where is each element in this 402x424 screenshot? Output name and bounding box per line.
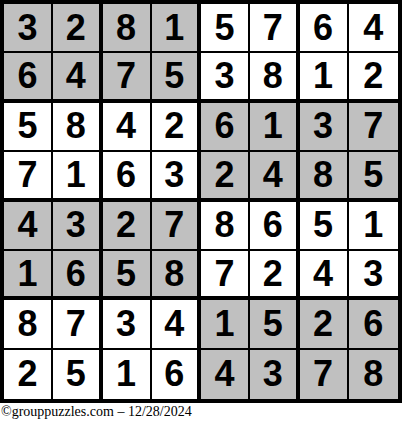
cell-r1c3[interactable]: 8 xyxy=(103,4,152,53)
cell-r2c4[interactable]: 5 xyxy=(152,53,201,102)
cell-r6c8[interactable]: 3 xyxy=(349,251,398,300)
cell-r5c3[interactable]: 2 xyxy=(103,202,152,251)
cell-r3c8[interactable]: 7 xyxy=(349,103,398,152)
cell-r7c8[interactable]: 6 xyxy=(349,300,398,349)
cell-r7c2[interactable]: 7 xyxy=(53,300,102,349)
cell-r4c5[interactable]: 2 xyxy=(201,152,250,201)
cell-r5c5[interactable]: 8 xyxy=(201,202,250,251)
cell-r3c1[interactable]: 5 xyxy=(4,103,53,152)
cell-r1c5[interactable]: 5 xyxy=(201,4,250,53)
cell-r7c4[interactable]: 4 xyxy=(152,300,201,349)
cell-r1c8[interactable]: 4 xyxy=(349,4,398,53)
cell-r8c8[interactable]: 8 xyxy=(349,350,398,399)
cell-r2c2[interactable]: 4 xyxy=(53,53,102,102)
cell-r5c7[interactable]: 5 xyxy=(300,202,349,251)
cell-r2c5[interactable]: 3 xyxy=(201,53,250,102)
cell-r2c3[interactable]: 7 xyxy=(103,53,152,102)
cell-r4c7[interactable]: 8 xyxy=(300,152,349,201)
cell-r1c4[interactable]: 1 xyxy=(152,4,201,53)
cell-r4c1[interactable]: 7 xyxy=(4,152,53,201)
cell-r2c8[interactable]: 2 xyxy=(349,53,398,102)
cell-r1c7[interactable]: 6 xyxy=(300,4,349,53)
cell-r8c4[interactable]: 6 xyxy=(152,350,201,399)
cell-r7c3[interactable]: 3 xyxy=(103,300,152,349)
cell-r6c7[interactable]: 4 xyxy=(300,251,349,300)
cell-r3c6[interactable]: 1 xyxy=(250,103,299,152)
sudoku-board: 3281576464753812584261377163248543278651… xyxy=(0,0,402,403)
cell-r6c5[interactable]: 7 xyxy=(201,251,250,300)
cell-r8c2[interactable]: 5 xyxy=(53,350,102,399)
cell-r3c5[interactable]: 6 xyxy=(201,103,250,152)
puzzle-page: 3281576464753812584261377163248543278651… xyxy=(0,0,402,424)
cell-r4c2[interactable]: 1 xyxy=(53,152,102,201)
cell-r5c1[interactable]: 4 xyxy=(4,202,53,251)
cell-r6c3[interactable]: 5 xyxy=(103,251,152,300)
cell-r3c2[interactable]: 8 xyxy=(53,103,102,152)
cell-r1c1[interactable]: 3 xyxy=(4,4,53,53)
cell-r4c6[interactable]: 4 xyxy=(250,152,299,201)
cell-r8c6[interactable]: 3 xyxy=(250,350,299,399)
cell-r5c2[interactable]: 3 xyxy=(53,202,102,251)
cell-r8c1[interactable]: 2 xyxy=(4,350,53,399)
cell-r2c1[interactable]: 6 xyxy=(4,53,53,102)
cell-r6c1[interactable]: 1 xyxy=(4,251,53,300)
cell-r3c4[interactable]: 2 xyxy=(152,103,201,152)
cell-r7c1[interactable]: 8 xyxy=(4,300,53,349)
cell-r7c5[interactable]: 1 xyxy=(201,300,250,349)
cell-r4c8[interactable]: 5 xyxy=(349,152,398,201)
cell-r6c6[interactable]: 2 xyxy=(250,251,299,300)
cell-r6c4[interactable]: 8 xyxy=(152,251,201,300)
cell-r7c6[interactable]: 5 xyxy=(250,300,299,349)
cell-r8c5[interactable]: 4 xyxy=(201,350,250,399)
cell-r5c8[interactable]: 1 xyxy=(349,202,398,251)
cell-r2c7[interactable]: 1 xyxy=(300,53,349,102)
cell-r4c3[interactable]: 6 xyxy=(103,152,152,201)
cell-r7c7[interactable]: 2 xyxy=(300,300,349,349)
cell-r3c3[interactable]: 4 xyxy=(103,103,152,152)
cell-r3c7[interactable]: 3 xyxy=(300,103,349,152)
cell-r8c7[interactable]: 7 xyxy=(300,350,349,399)
cell-r5c6[interactable]: 6 xyxy=(250,202,299,251)
cell-r1c2[interactable]: 2 xyxy=(53,4,102,53)
cell-r5c4[interactable]: 7 xyxy=(152,202,201,251)
copyright-text: ©grouppuzzles.com – 12/28/2024 xyxy=(1,404,401,420)
cell-r6c2[interactable]: 6 xyxy=(53,251,102,300)
cell-r8c3[interactable]: 1 xyxy=(103,350,152,399)
cell-r4c4[interactable]: 3 xyxy=(152,152,201,201)
cell-r2c6[interactable]: 8 xyxy=(250,53,299,102)
cell-r1c6[interactable]: 7 xyxy=(250,4,299,53)
